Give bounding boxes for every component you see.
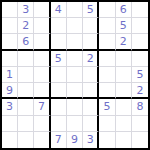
cell-r8c7[interactable] xyxy=(99,116,115,132)
cell-r5c6[interactable] xyxy=(83,67,99,83)
cell-r5c1[interactable]: 1 xyxy=(2,67,18,83)
cell-r6c2[interactable] xyxy=(18,83,34,99)
cell-r9c9[interactable] xyxy=(132,132,148,148)
cell-r3c8[interactable]: 2 xyxy=(116,34,132,50)
cell-r9c7[interactable] xyxy=(99,132,115,148)
cell-r7c4[interactable] xyxy=(51,99,67,115)
cell-r7c2[interactable] xyxy=(18,99,34,115)
cell-r9c3[interactable] xyxy=(34,132,50,148)
cell-r2c5[interactable] xyxy=(67,18,83,34)
cell-r9c6[interactable]: 3 xyxy=(83,132,99,148)
cell-r9c4[interactable]: 7 xyxy=(51,132,67,148)
cell-r4c7[interactable] xyxy=(99,51,115,67)
cell-r8c1[interactable] xyxy=(2,116,18,132)
cell-r1c2[interactable]: 3 xyxy=(18,2,34,18)
cell-r4c8[interactable] xyxy=(116,51,132,67)
cell-r4c1[interactable] xyxy=(2,51,18,67)
cell-r2c2[interactable]: 2 xyxy=(18,18,34,34)
cell-r3c4[interactable] xyxy=(51,34,67,50)
cell-r4c9[interactable] xyxy=(132,51,148,67)
cell-r6c4[interactable] xyxy=(51,83,67,99)
cell-r2c1[interactable] xyxy=(2,18,18,34)
cell-r3c2[interactable]: 6 xyxy=(18,34,34,50)
cell-r2c7[interactable] xyxy=(99,18,115,34)
cell-r6c5[interactable] xyxy=(67,83,83,99)
cell-r5c9[interactable]: 5 xyxy=(132,67,148,83)
cell-r5c7[interactable] xyxy=(99,67,115,83)
cell-r1c6[interactable]: 5 xyxy=(83,2,99,18)
cell-r2c4[interactable] xyxy=(51,18,67,34)
cell-r4c5[interactable] xyxy=(67,51,83,67)
cell-r1c4[interactable]: 4 xyxy=(51,2,67,18)
cell-r3c7[interactable] xyxy=(99,34,115,50)
cell-r2c9[interactable] xyxy=(132,18,148,34)
cell-r1c8[interactable]: 6 xyxy=(116,2,132,18)
cell-r8c4[interactable] xyxy=(51,116,67,132)
cell-r7c8[interactable] xyxy=(116,99,132,115)
cell-r8c9[interactable] xyxy=(132,116,148,132)
cell-r1c7[interactable] xyxy=(99,2,115,18)
cell-r4c3[interactable] xyxy=(34,51,50,67)
cell-r8c2[interactable] xyxy=(18,116,34,132)
cell-r4c6[interactable]: 2 xyxy=(83,51,99,67)
cell-r7c1[interactable]: 3 xyxy=(2,99,18,115)
cell-r9c5[interactable]: 9 xyxy=(67,132,83,148)
cell-r7c3[interactable]: 7 xyxy=(34,99,50,115)
cell-r4c4[interactable]: 5 xyxy=(51,51,67,67)
cell-r5c3[interactable] xyxy=(34,67,50,83)
cell-r6c6[interactable] xyxy=(83,83,99,99)
cell-r7c6[interactable] xyxy=(83,99,99,115)
cell-r6c9[interactable]: 2 xyxy=(132,83,148,99)
cell-r9c8[interactable] xyxy=(116,132,132,148)
cell-r5c8[interactable] xyxy=(116,67,132,83)
sudoku-board: 345625625215923758793 xyxy=(0,0,150,150)
cell-r7c7[interactable]: 5 xyxy=(99,99,115,115)
cell-r6c7[interactable] xyxy=(99,83,115,99)
cell-r3c3[interactable] xyxy=(34,34,50,50)
cell-r1c9[interactable] xyxy=(132,2,148,18)
cell-r6c8[interactable] xyxy=(116,83,132,99)
cell-r6c3[interactable] xyxy=(34,83,50,99)
cell-r8c6[interactable] xyxy=(83,116,99,132)
cell-r3c9[interactable] xyxy=(132,34,148,50)
cell-r2c8[interactable]: 5 xyxy=(116,18,132,34)
cell-r1c1[interactable] xyxy=(2,2,18,18)
cell-r6c1[interactable]: 9 xyxy=(2,83,18,99)
cell-r5c4[interactable] xyxy=(51,67,67,83)
cell-r1c5[interactable] xyxy=(67,2,83,18)
cell-r2c3[interactable] xyxy=(34,18,50,34)
cell-r7c5[interactable] xyxy=(67,99,83,115)
cell-r3c5[interactable] xyxy=(67,34,83,50)
cell-r1c3[interactable] xyxy=(34,2,50,18)
cell-r8c8[interactable] xyxy=(116,116,132,132)
cell-r3c1[interactable] xyxy=(2,34,18,50)
cell-r5c2[interactable] xyxy=(18,67,34,83)
cell-r2c6[interactable] xyxy=(83,18,99,34)
cell-r3c6[interactable] xyxy=(83,34,99,50)
cell-r8c3[interactable] xyxy=(34,116,50,132)
cell-r5c5[interactable] xyxy=(67,67,83,83)
cell-r4c2[interactable] xyxy=(18,51,34,67)
cell-r9c1[interactable] xyxy=(2,132,18,148)
cell-r9c2[interactable] xyxy=(18,132,34,148)
cell-r8c5[interactable] xyxy=(67,116,83,132)
cell-r7c9[interactable]: 8 xyxy=(132,99,148,115)
